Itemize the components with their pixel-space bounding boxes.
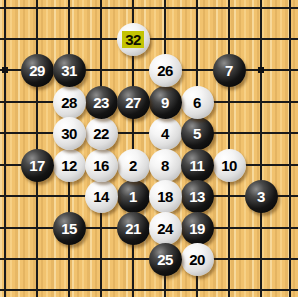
move-number: 9 — [161, 95, 169, 110]
stone-white-24: 24 — [149, 212, 182, 245]
stone-black-15: 15 — [53, 212, 86, 245]
stone-black-17: 17 — [21, 149, 54, 182]
stone-black-7: 7 — [213, 54, 246, 87]
move-number: 22 — [93, 126, 109, 141]
stone-black-5: 5 — [181, 117, 214, 150]
move-number: 31 — [61, 63, 77, 78]
stone-white-14: 14 — [85, 180, 118, 213]
stone-black-1: 1 — [117, 180, 150, 213]
stone-black-19: 19 — [181, 212, 214, 245]
stone-black-23: 23 — [85, 86, 118, 119]
move-number: 7 — [225, 63, 233, 78]
stone-black-27: 27 — [117, 86, 150, 119]
move-number: 16 — [93, 158, 109, 173]
move-number: 1 — [129, 189, 137, 204]
move-number: 15 — [61, 221, 77, 236]
stone-white-6: 6 — [181, 86, 214, 119]
move-number: 21 — [125, 221, 141, 236]
stone-white-32: 32 — [117, 23, 150, 56]
move-number: 17 — [29, 158, 45, 173]
stone-white-28: 28 — [53, 86, 86, 119]
stone-black-21: 21 — [117, 212, 150, 245]
move-number: 4 — [161, 126, 169, 141]
move-number: 10 — [221, 158, 237, 173]
move-number: 11 — [190, 158, 205, 173]
move-number: 19 — [189, 221, 205, 236]
star-point-0 — [2, 67, 8, 73]
stone-black-31: 31 — [53, 54, 86, 87]
stone-white-16: 16 — [85, 149, 118, 182]
grid-line-vertical-8 — [260, 0, 262, 297]
move-number: 18 — [157, 189, 173, 204]
stone-white-10: 10 — [213, 149, 246, 182]
move-number: 13 — [189, 189, 205, 204]
move-number: 12 — [61, 158, 77, 173]
stone-white-12: 12 — [53, 149, 86, 182]
grid-line-horizontal-9 — [0, 289, 298, 291]
move-number: 2 — [129, 158, 137, 173]
stone-white-8: 8 — [149, 149, 182, 182]
move-number: 20 — [189, 252, 205, 267]
move-number: 26 — [157, 63, 173, 78]
move-number: 5 — [193, 126, 201, 141]
move-number: 29 — [29, 63, 45, 78]
stone-white-20: 20 — [181, 243, 214, 276]
stone-black-3: 3 — [245, 180, 278, 213]
stone-black-11: 11 — [181, 149, 214, 182]
move-number: 8 — [161, 158, 169, 173]
star-point-1 — [258, 67, 264, 73]
move-number: 3 — [257, 189, 265, 204]
grid-line-horizontal-0 — [0, 7, 298, 9]
stone-white-18: 18 — [149, 180, 182, 213]
grid-line-vertical-9 — [289, 0, 291, 297]
stone-black-9: 9 — [149, 86, 182, 119]
last-move-highlight-badge: 32 — [122, 31, 144, 48]
go-board[interactable]: 1234567891011121314151617181920212223242… — [0, 0, 298, 297]
move-number: 23 — [93, 95, 109, 110]
stone-black-13: 13 — [181, 180, 214, 213]
stone-white-26: 26 — [149, 54, 182, 87]
stone-white-2: 2 — [117, 149, 150, 182]
move-number: 28 — [61, 95, 77, 110]
move-number: 24 — [157, 221, 173, 236]
move-number: 6 — [193, 95, 201, 110]
stone-white-4: 4 — [149, 117, 182, 150]
move-number: 14 — [93, 189, 109, 204]
move-number: 25 — [157, 252, 173, 267]
move-number: 30 — [61, 126, 77, 141]
stone-black-29: 29 — [21, 54, 54, 87]
stone-black-25: 25 — [149, 243, 182, 276]
grid-line-vertical-0 — [4, 0, 6, 297]
move-number: 27 — [125, 95, 141, 110]
stone-white-22: 22 — [85, 117, 118, 150]
stone-white-30: 30 — [53, 117, 86, 150]
